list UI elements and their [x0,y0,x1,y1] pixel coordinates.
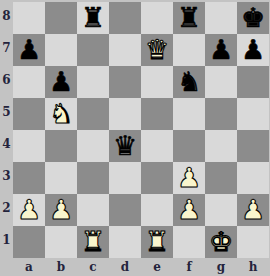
square-b8[interactable] [45,2,77,34]
square-h2[interactable]: ♟ [237,194,269,226]
square-c4[interactable] [77,130,109,162]
square-b6[interactable]: ♟ [45,66,77,98]
square-a5[interactable] [13,98,45,130]
square-d3[interactable] [109,162,141,194]
rank-label-1: 1 [0,224,13,256]
square-a1[interactable] [13,226,45,258]
square-a2[interactable]: ♟ [13,194,45,226]
white-queen-icon: ♛ [145,34,169,66]
square-c3[interactable] [77,162,109,194]
square-a6[interactable] [13,66,45,98]
black-pawn-icon: ♟ [49,66,73,98]
square-b1[interactable] [45,226,77,258]
rank-label-5: 5 [0,96,13,128]
square-d6[interactable] [109,66,141,98]
square-h3[interactable] [237,162,269,194]
black-king-icon: ♚ [241,2,265,34]
square-d1[interactable] [109,226,141,258]
square-d4[interactable]: ♛ [109,130,141,162]
square-e6[interactable] [141,66,173,98]
file-label-a: a [13,258,45,275]
square-a3[interactable] [13,162,45,194]
square-g7[interactable]: ♟ [205,34,237,66]
file-label-g: g [205,258,237,275]
square-b7[interactable] [45,34,77,66]
white-king-icon: ♚ [209,226,233,258]
square-b5[interactable]: ♞ [45,98,77,130]
black-rook-icon: ♜ [177,2,201,34]
black-pawn-icon: ♟ [17,34,41,66]
file-label-b: b [45,258,77,275]
square-c1[interactable]: ♜ [77,226,109,258]
black-knight-icon: ♞ [177,66,201,98]
square-b2[interactable]: ♟ [45,194,77,226]
white-pawn-icon: ♟ [49,194,73,226]
rank-label-3: 3 [0,160,13,192]
file-label-c: c [77,258,109,275]
square-f2[interactable]: ♟ [173,194,205,226]
black-pawn-icon: ♟ [241,34,265,66]
square-h5[interactable] [237,98,269,130]
square-c2[interactable] [77,194,109,226]
square-h4[interactable] [237,130,269,162]
white-pawn-icon: ♟ [177,194,201,226]
square-c7[interactable] [77,34,109,66]
file-label-f: f [173,258,205,275]
white-rook-icon: ♜ [81,226,105,258]
square-h6[interactable] [237,66,269,98]
rank-label-4: 4 [0,128,13,160]
square-c6[interactable] [77,66,109,98]
square-b3[interactable] [45,162,77,194]
square-a4[interactable] [13,130,45,162]
square-f7[interactable] [173,34,205,66]
square-c5[interactable] [77,98,109,130]
square-g5[interactable] [205,98,237,130]
file-labels: abcdefgh [13,258,269,275]
black-queen-icon: ♛ [113,130,137,162]
square-g3[interactable] [205,162,237,194]
white-pawn-icon: ♟ [17,194,41,226]
chess-diagram: 87654321 ♜♜♚♟♛♟♟♟♞♞♛♟♟♟♟♟♜♜♚ abcdefgh [0,0,270,276]
square-h7[interactable]: ♟ [237,34,269,66]
square-f5[interactable] [173,98,205,130]
black-pawn-icon: ♟ [209,34,233,66]
file-label-e: e [141,258,173,275]
square-g4[interactable] [205,130,237,162]
square-a8[interactable] [13,2,45,34]
square-e1[interactable]: ♜ [141,226,173,258]
square-f6[interactable]: ♞ [173,66,205,98]
rank-label-8: 8 [0,0,13,32]
square-b4[interactable] [45,130,77,162]
square-d5[interactable] [109,98,141,130]
file-label-d: d [109,258,141,275]
square-e5[interactable] [141,98,173,130]
square-e4[interactable] [141,130,173,162]
square-d8[interactable] [109,2,141,34]
square-g8[interactable] [205,2,237,34]
square-d2[interactable] [109,194,141,226]
white-pawn-icon: ♟ [177,162,201,194]
square-e2[interactable] [141,194,173,226]
white-knight-icon: ♞ [49,98,73,130]
rank-label-7: 7 [0,32,13,64]
white-rook-icon: ♜ [145,226,169,258]
square-g6[interactable] [205,66,237,98]
square-g1[interactable]: ♚ [205,226,237,258]
square-d7[interactable] [109,34,141,66]
rank-labels: 87654321 [0,0,13,256]
square-f8[interactable]: ♜ [173,2,205,34]
square-f4[interactable] [173,130,205,162]
square-e8[interactable] [141,2,173,34]
square-g2[interactable] [205,194,237,226]
square-h1[interactable] [237,226,269,258]
white-pawn-icon: ♟ [241,194,265,226]
square-f1[interactable] [173,226,205,258]
square-e7[interactable]: ♛ [141,34,173,66]
chess-board: ♜♜♚♟♛♟♟♟♞♞♛♟♟♟♟♟♜♜♚ [13,2,269,258]
rank-label-2: 2 [0,192,13,224]
square-a7[interactable]: ♟ [13,34,45,66]
square-f3[interactable]: ♟ [173,162,205,194]
square-e3[interactable] [141,162,173,194]
file-label-h: h [237,258,269,275]
square-c8[interactable]: ♜ [77,2,109,34]
rank-label-6: 6 [0,64,13,96]
black-rook-icon: ♜ [81,2,105,34]
square-h8[interactable]: ♚ [237,2,269,34]
